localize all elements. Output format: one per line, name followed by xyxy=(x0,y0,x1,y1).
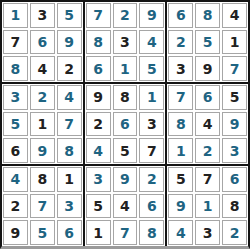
cell-r9c1[interactable]: 9 xyxy=(3,220,28,245)
cell-r4c8[interactable]: 6 xyxy=(195,85,220,110)
cell-r7c6[interactable]: 2 xyxy=(139,167,164,192)
cell-r8c6[interactable]: 6 xyxy=(139,194,164,219)
cell-r7c8[interactable]: 7 xyxy=(195,167,220,192)
cell-r2c5[interactable]: 3 xyxy=(113,30,138,55)
cell-r2c2[interactable]: 6 xyxy=(30,30,55,55)
cell-r5c7[interactable]: 8 xyxy=(168,112,193,137)
cell-r3c4[interactable]: 6 xyxy=(86,56,111,81)
cell-r2c7[interactable]: 2 xyxy=(168,30,193,55)
cell-r5c4[interactable]: 2 xyxy=(86,112,111,137)
box-0-2: 684251397 xyxy=(167,2,248,82)
box-1-2: 765849123 xyxy=(167,84,248,164)
cell-r8c2[interactable]: 7 xyxy=(30,194,55,219)
cell-r1c1[interactable]: 1 xyxy=(3,3,28,28)
cell-r6c2[interactable]: 9 xyxy=(30,138,55,163)
cell-r7c3[interactable]: 1 xyxy=(57,167,82,192)
cell-r1c8[interactable]: 8 xyxy=(195,3,220,28)
box-0-0: 135769842 xyxy=(2,2,83,82)
cell-r6c7[interactable]: 1 xyxy=(168,138,193,163)
cell-r9c6[interactable]: 8 xyxy=(139,220,164,245)
box-2-1: 392546178 xyxy=(85,166,166,246)
cell-r6c5[interactable]: 5 xyxy=(113,138,138,163)
cell-r4c1[interactable]: 3 xyxy=(3,85,28,110)
cell-r8c5[interactable]: 4 xyxy=(113,194,138,219)
cell-r3c6[interactable]: 5 xyxy=(139,56,164,81)
cell-r5c3[interactable]: 7 xyxy=(57,112,82,137)
cell-r5c1[interactable]: 5 xyxy=(3,112,28,137)
cell-r6c4[interactable]: 4 xyxy=(86,138,111,163)
cell-r6c1[interactable]: 6 xyxy=(3,138,28,163)
cell-r3c9[interactable]: 7 xyxy=(222,56,247,81)
cell-r1c7[interactable]: 6 xyxy=(168,3,193,28)
cell-r2c3[interactable]: 9 xyxy=(57,30,82,55)
cell-r1c3[interactable]: 5 xyxy=(57,3,82,28)
cell-r6c6[interactable]: 7 xyxy=(139,138,164,163)
cell-r8c1[interactable]: 2 xyxy=(3,194,28,219)
box-2-2: 576918432 xyxy=(167,166,248,246)
cell-r1c5[interactable]: 2 xyxy=(113,3,138,28)
cell-r4c3[interactable]: 4 xyxy=(57,85,82,110)
cell-r3c5[interactable]: 1 xyxy=(113,56,138,81)
cell-r6c8[interactable]: 2 xyxy=(195,138,220,163)
cell-r7c4[interactable]: 3 xyxy=(86,167,111,192)
cell-r3c7[interactable]: 3 xyxy=(168,56,193,81)
cell-r6c9[interactable]: 3 xyxy=(222,138,247,163)
box-0-1: 729834615 xyxy=(85,2,166,82)
cell-r1c4[interactable]: 7 xyxy=(86,3,111,28)
cell-r7c2[interactable]: 8 xyxy=(30,167,55,192)
cell-r1c2[interactable]: 3 xyxy=(30,3,55,28)
cell-r2c6[interactable]: 4 xyxy=(139,30,164,55)
cell-r5c2[interactable]: 1 xyxy=(30,112,55,137)
cell-r1c9[interactable]: 4 xyxy=(222,3,247,28)
cell-r5c5[interactable]: 6 xyxy=(113,112,138,137)
cell-r8c8[interactable]: 1 xyxy=(195,194,220,219)
cell-r8c9[interactable]: 8 xyxy=(222,194,247,219)
cell-r4c7[interactable]: 7 xyxy=(168,85,193,110)
cell-r9c4[interactable]: 1 xyxy=(86,220,111,245)
cell-r8c3[interactable]: 3 xyxy=(57,194,82,219)
cell-r7c7[interactable]: 5 xyxy=(168,167,193,192)
cell-r9c8[interactable]: 3 xyxy=(195,220,220,245)
cell-r9c5[interactable]: 7 xyxy=(113,220,138,245)
box-1-0: 324517698 xyxy=(2,84,83,164)
cell-r5c9[interactable]: 9 xyxy=(222,112,247,137)
cell-r3c3[interactable]: 2 xyxy=(57,56,82,81)
cell-r3c2[interactable]: 4 xyxy=(30,56,55,81)
cell-r3c8[interactable]: 9 xyxy=(195,56,220,81)
cell-r8c4[interactable]: 5 xyxy=(86,194,111,219)
cell-r2c8[interactable]: 5 xyxy=(195,30,220,55)
cell-r4c5[interactable]: 8 xyxy=(113,85,138,110)
cell-r4c9[interactable]: 5 xyxy=(222,85,247,110)
cell-r7c5[interactable]: 9 xyxy=(113,167,138,192)
cell-r2c1[interactable]: 7 xyxy=(3,30,28,55)
cell-r2c4[interactable]: 8 xyxy=(86,30,111,55)
cell-r7c9[interactable]: 6 xyxy=(222,167,247,192)
box-1-1: 981263457 xyxy=(85,84,166,164)
cell-r8c7[interactable]: 9 xyxy=(168,194,193,219)
cell-r5c8[interactable]: 4 xyxy=(195,112,220,137)
cell-r5c6[interactable]: 3 xyxy=(139,112,164,137)
cell-r9c9[interactable]: 2 xyxy=(222,220,247,245)
cell-r3c1[interactable]: 8 xyxy=(3,56,28,81)
cell-r2c9[interactable]: 1 xyxy=(222,30,247,55)
cell-r9c3[interactable]: 6 xyxy=(57,220,82,245)
cell-r9c2[interactable]: 5 xyxy=(30,220,55,245)
cell-r9c7[interactable]: 4 xyxy=(168,220,193,245)
cell-r4c2[interactable]: 2 xyxy=(30,85,55,110)
cell-r6c3[interactable]: 8 xyxy=(57,138,82,163)
sudoku-board: 1357698427298346156842513973245176989812… xyxy=(0,0,250,249)
cell-r7c1[interactable]: 4 xyxy=(3,167,28,192)
cell-r4c4[interactable]: 9 xyxy=(86,85,111,110)
cell-r4c6[interactable]: 1 xyxy=(139,85,164,110)
cell-r1c6[interactable]: 9 xyxy=(139,3,164,28)
box-2-0: 481273956 xyxy=(2,166,83,246)
